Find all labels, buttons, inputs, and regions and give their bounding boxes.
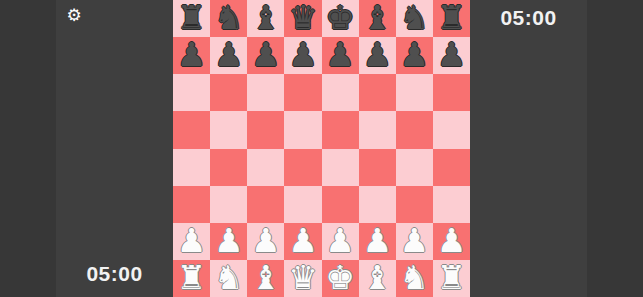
square-c7[interactable]: ♟ [247,37,284,74]
black-rook[interactable]: ♜ [437,1,467,34]
square-b4[interactable] [210,149,247,186]
square-d2[interactable]: ♟ [284,223,321,260]
square-c3[interactable] [247,186,284,223]
square-g4[interactable] [396,149,433,186]
square-b8[interactable]: ♞ [210,0,247,37]
white-knight[interactable]: ♞ [214,261,244,294]
black-knight[interactable]: ♞ [214,1,244,34]
square-b3[interactable] [210,186,247,223]
square-h3[interactable] [433,186,470,223]
square-h4[interactable] [433,149,470,186]
square-a2[interactable]: ♟ [173,223,210,260]
square-f7[interactable]: ♟ [359,37,396,74]
white-knight[interactable]: ♞ [400,261,430,294]
square-b1[interactable]: ♞ [210,260,247,297]
square-c8[interactable]: ♝ [247,0,284,37]
black-bishop[interactable]: ♝ [251,1,281,34]
app-screen: ⚙ 05:00 05:00 ♜♞♝♛♚♝♞♜♟♟♟♟♟♟♟♟♟♟♟♟♟♟♟♟♜♞… [0,0,643,297]
left-letterbox-panel [0,0,56,297]
square-f1[interactable]: ♝ [359,260,396,297]
square-c1[interactable]: ♝ [247,260,284,297]
square-g8[interactable]: ♞ [396,0,433,37]
square-h2[interactable]: ♟ [433,223,470,260]
square-e5[interactable] [322,111,359,148]
square-b2[interactable]: ♟ [210,223,247,260]
square-f5[interactable] [359,111,396,148]
black-knight[interactable]: ♞ [400,1,430,34]
square-b7[interactable]: ♟ [210,37,247,74]
black-king[interactable]: ♚ [325,1,355,34]
square-f4[interactable] [359,149,396,186]
square-d4[interactable] [284,149,321,186]
square-a5[interactable] [173,111,210,148]
black-pawn[interactable]: ♟ [177,38,207,71]
white-rook[interactable]: ♜ [177,261,207,294]
square-g6[interactable] [396,74,433,111]
chess-board: ♜♞♝♛♚♝♞♜♟♟♟♟♟♟♟♟♟♟♟♟♟♟♟♟♜♞♝♛♚♝♞♜ [173,0,470,297]
black-pawn[interactable]: ♟ [325,38,355,71]
square-g2[interactable]: ♟ [396,223,433,260]
square-f6[interactable] [359,74,396,111]
square-h5[interactable] [433,111,470,148]
black-pawn[interactable]: ♟ [251,38,281,71]
square-e1[interactable]: ♚ [322,260,359,297]
black-queen[interactable]: ♛ [288,1,318,34]
white-pawn[interactable]: ♟ [177,224,207,257]
square-e4[interactable] [322,149,359,186]
white-pawn[interactable]: ♟ [288,224,318,257]
white-pawn[interactable]: ♟ [400,224,430,257]
square-b6[interactable] [210,74,247,111]
square-d8[interactable]: ♛ [284,0,321,37]
square-a6[interactable] [173,74,210,111]
black-pawn[interactable]: ♟ [362,38,392,71]
white-rook[interactable]: ♜ [437,261,467,294]
square-h7[interactable]: ♟ [433,37,470,74]
square-a1[interactable]: ♜ [173,260,210,297]
square-e6[interactable] [322,74,359,111]
square-h8[interactable]: ♜ [433,0,470,37]
square-e7[interactable]: ♟ [322,37,359,74]
square-a7[interactable]: ♟ [173,37,210,74]
square-c4[interactable] [247,149,284,186]
square-h1[interactable]: ♜ [433,260,470,297]
square-h6[interactable] [433,74,470,111]
white-bishop[interactable]: ♝ [362,261,392,294]
white-clock: 05:00 [56,263,173,285]
white-pawn[interactable]: ♟ [325,224,355,257]
square-a4[interactable] [173,149,210,186]
white-pawn[interactable]: ♟ [214,224,244,257]
white-pawn[interactable]: ♟ [251,224,281,257]
square-g7[interactable]: ♟ [396,37,433,74]
black-clock: 05:00 [470,7,587,29]
black-bishop[interactable]: ♝ [362,1,392,34]
square-d1[interactable]: ♛ [284,260,321,297]
black-pawn[interactable]: ♟ [437,38,467,71]
square-g5[interactable] [396,111,433,148]
square-f8[interactable]: ♝ [359,0,396,37]
square-d5[interactable] [284,111,321,148]
square-b5[interactable] [210,111,247,148]
square-d6[interactable] [284,74,321,111]
settings-gear-icon[interactable]: ⚙ [63,3,85,27]
square-g1[interactable]: ♞ [396,260,433,297]
square-d3[interactable] [284,186,321,223]
square-f2[interactable]: ♟ [359,223,396,260]
square-c5[interactable] [247,111,284,148]
black-rook[interactable]: ♜ [177,1,207,34]
black-pawn[interactable]: ♟ [214,38,244,71]
white-bishop[interactable]: ♝ [251,261,281,294]
square-e3[interactable] [322,186,359,223]
square-e2[interactable]: ♟ [322,223,359,260]
white-queen[interactable]: ♛ [288,261,318,294]
square-a3[interactable] [173,186,210,223]
square-a8[interactable]: ♜ [173,0,210,37]
square-c2[interactable]: ♟ [247,223,284,260]
black-pawn[interactable]: ♟ [400,38,430,71]
black-pawn[interactable]: ♟ [288,38,318,71]
square-d7[interactable]: ♟ [284,37,321,74]
white-king[interactable]: ♚ [325,261,355,294]
square-e8[interactable]: ♚ [322,0,359,37]
right-letterbox-panel [587,0,643,297]
square-f3[interactable] [359,186,396,223]
square-g3[interactable] [396,186,433,223]
white-pawn[interactable]: ♟ [362,224,392,257]
white-pawn[interactable]: ♟ [437,224,467,257]
square-c6[interactable] [247,74,284,111]
